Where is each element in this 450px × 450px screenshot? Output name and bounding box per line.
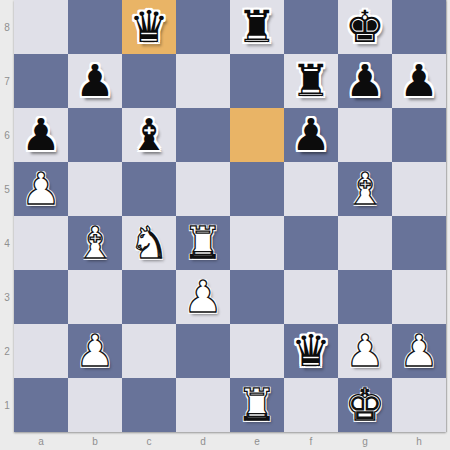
square-d8[interactable] — [176, 0, 230, 54]
black-pawn[interactable]: ♟ — [291, 108, 330, 162]
rank-labels: 87654321 — [0, 0, 14, 432]
white-pawn[interactable]: ♟ — [183, 270, 222, 324]
chess-board-screen: 87654321 ♛♜♚♟♜♟♟♟♝♟♟♝♝♞♜♟♟♛♟♟♜♚ abcdefgh — [0, 0, 450, 450]
black-pawn[interactable]: ♟ — [21, 108, 60, 162]
square-e2[interactable] — [230, 324, 284, 378]
file-label-b: b — [68, 432, 122, 450]
square-e8[interactable]: ♜ — [230, 0, 284, 54]
square-a4[interactable] — [14, 216, 68, 270]
white-king[interactable]: ♚ — [345, 378, 384, 432]
white-pawn[interactable]: ♟ — [75, 324, 114, 378]
square-d4[interactable]: ♜ — [176, 216, 230, 270]
rank-label-3: 3 — [0, 270, 14, 324]
rank-label-2: 2 — [0, 324, 14, 378]
square-a7[interactable] — [14, 54, 68, 108]
white-bishop[interactable]: ♝ — [75, 216, 114, 270]
file-label-d: d — [176, 432, 230, 450]
file-label-e: e — [230, 432, 284, 450]
square-f5[interactable] — [284, 162, 338, 216]
square-c1[interactable] — [122, 378, 176, 432]
square-h4[interactable] — [392, 216, 446, 270]
square-b1[interactable] — [68, 378, 122, 432]
white-rook[interactable]: ♜ — [183, 216, 222, 270]
square-b2[interactable]: ♟ — [68, 324, 122, 378]
square-g3[interactable] — [338, 270, 392, 324]
square-f8[interactable] — [284, 0, 338, 54]
square-e5[interactable] — [230, 162, 284, 216]
rank-label-4: 4 — [0, 216, 14, 270]
square-a8[interactable] — [14, 0, 68, 54]
board: ♛♜♚♟♜♟♟♟♝♟♟♝♝♞♜♟♟♛♟♟♜♚ — [14, 0, 446, 432]
square-h7[interactable]: ♟ — [392, 54, 446, 108]
black-king[interactable]: ♚ — [345, 0, 384, 54]
square-a6[interactable]: ♟ — [14, 108, 68, 162]
rank-label-6: 6 — [0, 108, 14, 162]
square-e7[interactable] — [230, 54, 284, 108]
rank-label-8: 8 — [0, 0, 14, 54]
square-a5[interactable]: ♟ — [14, 162, 68, 216]
square-e4[interactable] — [230, 216, 284, 270]
white-pawn[interactable]: ♟ — [399, 324, 438, 378]
square-g2[interactable]: ♟ — [338, 324, 392, 378]
square-b3[interactable] — [68, 270, 122, 324]
file-labels: abcdefgh — [14, 432, 446, 450]
square-b7[interactable]: ♟ — [68, 54, 122, 108]
square-f3[interactable] — [284, 270, 338, 324]
square-g1[interactable]: ♚ — [338, 378, 392, 432]
square-h2[interactable]: ♟ — [392, 324, 446, 378]
square-c6[interactable]: ♝ — [122, 108, 176, 162]
square-d1[interactable] — [176, 378, 230, 432]
square-f4[interactable] — [284, 216, 338, 270]
square-a1[interactable] — [14, 378, 68, 432]
black-pawn[interactable]: ♟ — [345, 54, 384, 108]
square-d7[interactable] — [176, 54, 230, 108]
white-pawn[interactable]: ♟ — [21, 162, 60, 216]
white-rook[interactable]: ♜ — [237, 378, 276, 432]
square-g7[interactable]: ♟ — [338, 54, 392, 108]
square-g8[interactable]: ♚ — [338, 0, 392, 54]
square-h1[interactable] — [392, 378, 446, 432]
square-g6[interactable] — [338, 108, 392, 162]
square-h8[interactable] — [392, 0, 446, 54]
file-label-g: g — [338, 432, 392, 450]
square-a2[interactable] — [14, 324, 68, 378]
square-e1[interactable]: ♜ — [230, 378, 284, 432]
file-label-h: h — [392, 432, 446, 450]
file-label-a: a — [14, 432, 68, 450]
square-e3[interactable] — [230, 270, 284, 324]
black-queen[interactable]: ♛ — [291, 324, 330, 378]
square-b5[interactable] — [68, 162, 122, 216]
rank-label-5: 5 — [0, 162, 14, 216]
square-h6[interactable] — [392, 108, 446, 162]
white-knight[interactable]: ♞ — [129, 216, 168, 270]
square-h3[interactable] — [392, 270, 446, 324]
black-rook[interactable]: ♜ — [291, 54, 330, 108]
black-queen[interactable]: ♛ — [129, 0, 168, 54]
square-c2[interactable] — [122, 324, 176, 378]
square-b8[interactable] — [68, 0, 122, 54]
black-bishop[interactable]: ♝ — [129, 108, 168, 162]
square-d5[interactable] — [176, 162, 230, 216]
square-g4[interactable] — [338, 216, 392, 270]
square-h5[interactable] — [392, 162, 446, 216]
square-d6[interactable] — [176, 108, 230, 162]
square-b6[interactable] — [68, 108, 122, 162]
black-pawn[interactable]: ♟ — [75, 54, 114, 108]
square-f2[interactable]: ♛ — [284, 324, 338, 378]
square-b4[interactable]: ♝ — [68, 216, 122, 270]
square-c8[interactable]: ♛ — [122, 0, 176, 54]
white-bishop[interactable]: ♝ — [345, 162, 384, 216]
file-label-f: f — [284, 432, 338, 450]
square-c4[interactable]: ♞ — [122, 216, 176, 270]
rank-label-1: 1 — [0, 378, 14, 432]
square-d2[interactable] — [176, 324, 230, 378]
square-a3[interactable] — [14, 270, 68, 324]
square-c3[interactable] — [122, 270, 176, 324]
square-f7[interactable]: ♜ — [284, 54, 338, 108]
black-pawn[interactable]: ♟ — [399, 54, 438, 108]
square-f6[interactable]: ♟ — [284, 108, 338, 162]
square-d3[interactable]: ♟ — [176, 270, 230, 324]
black-rook[interactable]: ♜ — [237, 0, 276, 54]
square-e6[interactable] — [230, 108, 284, 162]
white-pawn[interactable]: ♟ — [345, 324, 384, 378]
file-label-c: c — [122, 432, 176, 450]
square-c7[interactable] — [122, 54, 176, 108]
square-f1[interactable] — [284, 378, 338, 432]
rank-label-7: 7 — [0, 54, 14, 108]
square-g5[interactable]: ♝ — [338, 162, 392, 216]
square-c5[interactable] — [122, 162, 176, 216]
